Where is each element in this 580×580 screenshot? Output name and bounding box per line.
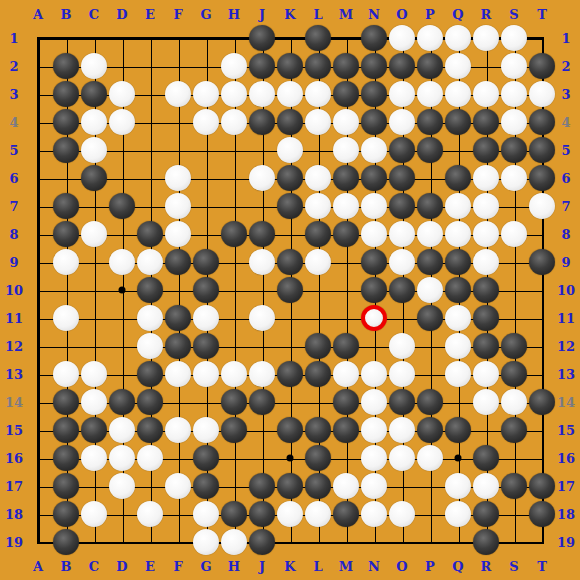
- white-stone[interactable]: [165, 193, 191, 219]
- black-stone[interactable]: [333, 333, 359, 359]
- col-label-top-M: M: [339, 7, 353, 22]
- white-stone[interactable]: [165, 165, 191, 191]
- black-stone[interactable]: [361, 81, 387, 107]
- black-stone[interactable]: [165, 305, 191, 331]
- white-stone[interactable]: [109, 109, 135, 135]
- row-label-left-4: 4: [9, 115, 18, 130]
- white-stone[interactable]: [277, 501, 303, 527]
- black-stone[interactable]: [305, 25, 331, 51]
- black-stone[interactable]: [249, 109, 275, 135]
- row-label-left-12: 12: [5, 339, 23, 354]
- white-stone[interactable]: [473, 193, 499, 219]
- col-label-bottom-J: J: [259, 559, 265, 574]
- black-stone[interactable]: [305, 221, 331, 247]
- white-stone[interactable]: [501, 389, 527, 415]
- white-stone[interactable]: [81, 501, 107, 527]
- col-label-top-H: H: [228, 7, 240, 22]
- white-stone[interactable]: [249, 305, 275, 331]
- black-stone[interactable]: [249, 221, 275, 247]
- black-stone[interactable]: [389, 389, 415, 415]
- black-stone[interactable]: [193, 249, 219, 275]
- row-label-right-17: 17: [557, 479, 575, 494]
- black-stone[interactable]: [529, 389, 555, 415]
- white-stone[interactable]: [333, 473, 359, 499]
- row-label-right-4: 4: [561, 115, 570, 130]
- white-stone[interactable]: [193, 417, 219, 443]
- black-stone[interactable]: [221, 501, 247, 527]
- black-stone[interactable]: [445, 165, 471, 191]
- row-label-left-5: 5: [9, 143, 18, 158]
- white-stone[interactable]: [53, 361, 79, 387]
- black-stone[interactable]: [277, 53, 303, 79]
- white-stone[interactable]: [361, 193, 387, 219]
- white-stone[interactable]: [501, 109, 527, 135]
- black-stone[interactable]: [445, 417, 471, 443]
- row-label-left-17: 17: [5, 479, 23, 494]
- black-stone[interactable]: [53, 501, 79, 527]
- col-label-bottom-R: R: [481, 559, 492, 574]
- white-stone[interactable]: [81, 445, 107, 471]
- row-label-left-2: 2: [9, 59, 18, 74]
- black-stone[interactable]: [445, 109, 471, 135]
- black-stone[interactable]: [333, 417, 359, 443]
- white-stone[interactable]: [137, 445, 163, 471]
- black-stone[interactable]: [417, 53, 443, 79]
- col-label-top-N: N: [368, 7, 380, 22]
- col-label-bottom-T: T: [537, 559, 547, 574]
- white-stone[interactable]: [417, 25, 443, 51]
- black-stone[interactable]: [81, 417, 107, 443]
- white-stone[interactable]: [137, 249, 163, 275]
- row-label-left-6: 6: [9, 171, 18, 186]
- row-label-left-10: 10: [5, 283, 23, 298]
- black-stone[interactable]: [473, 137, 499, 163]
- white-stone[interactable]: [333, 193, 359, 219]
- white-stone[interactable]: [445, 53, 471, 79]
- black-stone[interactable]: [473, 529, 499, 555]
- black-stone[interactable]: [389, 277, 415, 303]
- row-label-right-18: 18: [557, 507, 575, 522]
- white-stone[interactable]: [165, 81, 191, 107]
- white-stone[interactable]: [333, 109, 359, 135]
- col-label-bottom-A: A: [33, 559, 43, 574]
- white-stone[interactable]: [361, 501, 387, 527]
- black-stone[interactable]: [305, 445, 331, 471]
- black-stone[interactable]: [529, 109, 555, 135]
- black-stone[interactable]: [53, 109, 79, 135]
- white-stone[interactable]: [417, 277, 443, 303]
- col-label-top-Q: Q: [452, 7, 463, 22]
- white-stone[interactable]: [193, 305, 219, 331]
- white-stone[interactable]: [277, 137, 303, 163]
- black-stone[interactable]: [137, 277, 163, 303]
- white-stone[interactable]: [221, 81, 247, 107]
- white-stone[interactable]: [389, 333, 415, 359]
- black-stone[interactable]: [137, 221, 163, 247]
- white-stone[interactable]: [53, 305, 79, 331]
- black-stone[interactable]: [529, 53, 555, 79]
- white-stone[interactable]: [81, 109, 107, 135]
- white-stone[interactable]: [193, 109, 219, 135]
- white-stone[interactable]: [249, 361, 275, 387]
- black-stone[interactable]: [53, 81, 79, 107]
- black-stone[interactable]: [473, 305, 499, 331]
- white-stone[interactable]: [473, 249, 499, 275]
- row-label-right-5: 5: [561, 143, 570, 158]
- white-stone[interactable]: [165, 473, 191, 499]
- row-label-left-15: 15: [5, 423, 23, 438]
- white-stone[interactable]: [361, 221, 387, 247]
- row-label-right-13: 13: [557, 367, 575, 382]
- last-move-marker[interactable]: [361, 305, 387, 331]
- black-stone[interactable]: [221, 389, 247, 415]
- col-label-bottom-G: G: [200, 559, 211, 574]
- col-label-top-S: S: [509, 7, 518, 22]
- black-stone[interactable]: [417, 137, 443, 163]
- black-stone[interactable]: [305, 417, 331, 443]
- white-stone[interactable]: [473, 361, 499, 387]
- col-label-bottom-D: D: [116, 559, 127, 574]
- row-label-right-1: 1: [561, 31, 570, 46]
- white-stone[interactable]: [193, 81, 219, 107]
- black-stone[interactable]: [277, 165, 303, 191]
- white-stone[interactable]: [473, 473, 499, 499]
- col-label-bottom-E: E: [145, 559, 155, 574]
- white-stone[interactable]: [109, 249, 135, 275]
- white-stone[interactable]: [473, 25, 499, 51]
- white-stone[interactable]: [333, 361, 359, 387]
- white-stone[interactable]: [221, 529, 247, 555]
- col-label-top-J: J: [259, 7, 265, 22]
- white-stone[interactable]: [501, 53, 527, 79]
- black-stone[interactable]: [277, 109, 303, 135]
- row-label-left-3: 3: [9, 87, 18, 102]
- black-stone[interactable]: [277, 473, 303, 499]
- black-stone[interactable]: [249, 501, 275, 527]
- black-stone[interactable]: [277, 361, 303, 387]
- col-label-top-L: L: [313, 7, 322, 22]
- white-stone[interactable]: [389, 109, 415, 135]
- white-stone[interactable]: [389, 221, 415, 247]
- white-stone[interactable]: [389, 417, 415, 443]
- black-stone[interactable]: [53, 389, 79, 415]
- black-stone[interactable]: [389, 193, 415, 219]
- col-label-top-B: B: [61, 7, 72, 22]
- black-stone[interactable]: [53, 529, 79, 555]
- white-stone[interactable]: [445, 81, 471, 107]
- black-stone[interactable]: [473, 109, 499, 135]
- white-stone[interactable]: [193, 529, 219, 555]
- white-stone[interactable]: [277, 81, 303, 107]
- white-stone[interactable]: [417, 81, 443, 107]
- black-stone[interactable]: [193, 473, 219, 499]
- white-stone[interactable]: [305, 109, 331, 135]
- black-stone[interactable]: [333, 81, 359, 107]
- row-label-left-7: 7: [9, 199, 18, 214]
- white-stone[interactable]: [165, 417, 191, 443]
- white-stone[interactable]: [109, 445, 135, 471]
- black-stone[interactable]: [501, 333, 527, 359]
- black-stone[interactable]: [361, 165, 387, 191]
- row-label-left-19: 19: [5, 535, 23, 550]
- black-stone[interactable]: [333, 501, 359, 527]
- go-board[interactable]: AABBCCDDEEFFGGHHJJKKLLMMNNOOPPQQRRSSTT11…: [0, 0, 580, 580]
- col-label-top-F: F: [173, 7, 182, 22]
- black-stone[interactable]: [137, 389, 163, 415]
- col-label-bottom-P: P: [425, 559, 435, 574]
- black-stone[interactable]: [221, 417, 247, 443]
- black-stone[interactable]: [249, 53, 275, 79]
- black-stone[interactable]: [137, 361, 163, 387]
- col-label-bottom-N: N: [368, 559, 380, 574]
- col-label-top-R: R: [481, 7, 492, 22]
- white-stone[interactable]: [81, 389, 107, 415]
- white-stone[interactable]: [361, 473, 387, 499]
- white-stone[interactable]: [389, 81, 415, 107]
- white-stone[interactable]: [333, 137, 359, 163]
- row-label-right-3: 3: [561, 87, 570, 102]
- white-stone[interactable]: [445, 333, 471, 359]
- white-stone[interactable]: [137, 501, 163, 527]
- black-stone[interactable]: [277, 193, 303, 219]
- black-stone[interactable]: [53, 473, 79, 499]
- black-stone[interactable]: [501, 137, 527, 163]
- black-stone[interactable]: [501, 361, 527, 387]
- white-stone[interactable]: [305, 501, 331, 527]
- white-stone[interactable]: [361, 389, 387, 415]
- black-stone[interactable]: [389, 165, 415, 191]
- black-stone[interactable]: [221, 221, 247, 247]
- black-stone[interactable]: [333, 389, 359, 415]
- col-label-bottom-H: H: [228, 559, 240, 574]
- white-stone[interactable]: [529, 193, 555, 219]
- black-stone[interactable]: [193, 277, 219, 303]
- black-stone[interactable]: [529, 473, 555, 499]
- white-stone[interactable]: [417, 221, 443, 247]
- white-stone[interactable]: [81, 137, 107, 163]
- black-stone[interactable]: [277, 417, 303, 443]
- black-stone[interactable]: [53, 417, 79, 443]
- col-label-top-P: P: [425, 7, 435, 22]
- white-stone[interactable]: [473, 81, 499, 107]
- black-stone[interactable]: [501, 473, 527, 499]
- white-stone[interactable]: [445, 25, 471, 51]
- row-label-right-11: 11: [557, 311, 575, 326]
- black-stone[interactable]: [53, 137, 79, 163]
- white-stone[interactable]: [361, 137, 387, 163]
- black-stone[interactable]: [473, 445, 499, 471]
- white-stone[interactable]: [137, 305, 163, 331]
- col-label-bottom-M: M: [339, 559, 353, 574]
- row-label-right-19: 19: [557, 535, 575, 550]
- white-stone[interactable]: [109, 417, 135, 443]
- row-label-right-2: 2: [561, 59, 570, 74]
- black-stone[interactable]: [249, 529, 275, 555]
- black-stone[interactable]: [305, 361, 331, 387]
- black-stone[interactable]: [249, 473, 275, 499]
- black-stone[interactable]: [529, 165, 555, 191]
- col-label-bottom-O: O: [396, 559, 407, 574]
- black-stone[interactable]: [389, 53, 415, 79]
- black-stone[interactable]: [417, 417, 443, 443]
- black-stone[interactable]: [53, 221, 79, 247]
- white-stone[interactable]: [473, 221, 499, 247]
- col-label-bottom-S: S: [509, 559, 518, 574]
- black-stone[interactable]: [361, 109, 387, 135]
- white-stone[interactable]: [473, 389, 499, 415]
- black-stone[interactable]: [333, 221, 359, 247]
- col-label-bottom-L: L: [313, 559, 322, 574]
- row-label-right-15: 15: [557, 423, 575, 438]
- black-stone[interactable]: [333, 53, 359, 79]
- col-label-top-E: E: [145, 7, 155, 22]
- white-stone[interactable]: [53, 249, 79, 275]
- white-stone[interactable]: [445, 501, 471, 527]
- black-stone[interactable]: [81, 81, 107, 107]
- white-stone[interactable]: [389, 361, 415, 387]
- row-label-right-9: 9: [561, 255, 570, 270]
- white-stone[interactable]: [249, 81, 275, 107]
- black-stone[interactable]: [501, 417, 527, 443]
- white-stone[interactable]: [417, 445, 443, 471]
- white-stone[interactable]: [361, 361, 387, 387]
- white-stone[interactable]: [109, 81, 135, 107]
- white-stone[interactable]: [165, 221, 191, 247]
- white-stone[interactable]: [221, 109, 247, 135]
- black-stone[interactable]: [249, 389, 275, 415]
- white-stone[interactable]: [445, 361, 471, 387]
- white-stone[interactable]: [305, 193, 331, 219]
- white-stone[interactable]: [305, 249, 331, 275]
- black-stone[interactable]: [361, 249, 387, 275]
- col-label-top-O: O: [396, 7, 407, 22]
- black-stone[interactable]: [529, 249, 555, 275]
- black-stone[interactable]: [109, 389, 135, 415]
- col-label-bottom-B: B: [61, 559, 72, 574]
- black-stone[interactable]: [445, 277, 471, 303]
- black-stone[interactable]: [305, 53, 331, 79]
- black-stone[interactable]: [277, 277, 303, 303]
- col-label-bottom-C: C: [89, 559, 99, 574]
- white-stone[interactable]: [501, 165, 527, 191]
- black-stone[interactable]: [445, 249, 471, 275]
- white-stone[interactable]: [389, 249, 415, 275]
- col-label-bottom-Q: Q: [452, 559, 463, 574]
- black-stone[interactable]: [361, 53, 387, 79]
- black-stone[interactable]: [417, 193, 443, 219]
- black-stone[interactable]: [165, 333, 191, 359]
- row-label-left-16: 16: [5, 451, 23, 466]
- black-stone[interactable]: [389, 137, 415, 163]
- col-label-top-G: G: [200, 7, 211, 22]
- col-label-top-D: D: [116, 7, 127, 22]
- black-stone[interactable]: [417, 249, 443, 275]
- row-label-left-18: 18: [5, 507, 23, 522]
- black-stone[interactable]: [53, 53, 79, 79]
- white-stone[interactable]: [389, 25, 415, 51]
- white-stone[interactable]: [361, 417, 387, 443]
- white-stone[interactable]: [445, 193, 471, 219]
- white-stone[interactable]: [445, 473, 471, 499]
- col-label-top-C: C: [89, 7, 99, 22]
- black-stone[interactable]: [137, 417, 163, 443]
- black-stone[interactable]: [249, 25, 275, 51]
- white-stone[interactable]: [389, 445, 415, 471]
- white-stone[interactable]: [193, 501, 219, 527]
- black-stone[interactable]: [53, 193, 79, 219]
- white-stone[interactable]: [109, 473, 135, 499]
- black-stone[interactable]: [417, 109, 443, 135]
- white-stone[interactable]: [529, 81, 555, 107]
- white-stone[interactable]: [501, 81, 527, 107]
- white-stone[interactable]: [361, 445, 387, 471]
- black-stone[interactable]: [417, 389, 443, 415]
- black-stone[interactable]: [305, 473, 331, 499]
- white-stone[interactable]: [249, 249, 275, 275]
- row-label-left-14: 14: [5, 395, 23, 410]
- black-stone[interactable]: [193, 333, 219, 359]
- row-label-right-16: 16: [557, 451, 575, 466]
- white-stone[interactable]: [81, 53, 107, 79]
- white-stone[interactable]: [501, 25, 527, 51]
- black-stone[interactable]: [53, 445, 79, 471]
- col-label-bottom-F: F: [173, 559, 182, 574]
- white-stone[interactable]: [81, 361, 107, 387]
- black-stone[interactable]: [193, 445, 219, 471]
- row-label-left-11: 11: [5, 311, 23, 326]
- col-label-bottom-K: K: [284, 559, 295, 574]
- star-point: [455, 455, 462, 462]
- black-stone[interactable]: [473, 501, 499, 527]
- row-label-right-10: 10: [557, 283, 575, 298]
- black-stone[interactable]: [333, 165, 359, 191]
- black-stone[interactable]: [109, 193, 135, 219]
- black-stone[interactable]: [361, 277, 387, 303]
- col-label-top-K: K: [284, 7, 295, 22]
- black-stone[interactable]: [417, 305, 443, 331]
- white-stone[interactable]: [445, 305, 471, 331]
- white-stone[interactable]: [305, 81, 331, 107]
- white-stone[interactable]: [473, 165, 499, 191]
- white-stone[interactable]: [137, 333, 163, 359]
- white-stone[interactable]: [221, 53, 247, 79]
- white-stone[interactable]: [221, 361, 247, 387]
- white-stone[interactable]: [389, 501, 415, 527]
- black-stone[interactable]: [277, 249, 303, 275]
- white-stone[interactable]: [165, 361, 191, 387]
- white-stone[interactable]: [81, 221, 107, 247]
- row-label-left-1: 1: [9, 31, 18, 46]
- row-label-right-14: 14: [557, 395, 575, 410]
- black-stone[interactable]: [529, 501, 555, 527]
- star-point: [119, 287, 126, 294]
- black-stone[interactable]: [305, 333, 331, 359]
- black-stone[interactable]: [473, 333, 499, 359]
- row-label-left-9: 9: [9, 255, 18, 270]
- white-stone[interactable]: [305, 165, 331, 191]
- black-stone[interactable]: [165, 249, 191, 275]
- white-stone[interactable]: [445, 221, 471, 247]
- black-stone[interactable]: [361, 25, 387, 51]
- white-stone[interactable]: [193, 361, 219, 387]
- row-label-right-7: 7: [561, 199, 570, 214]
- white-stone[interactable]: [249, 165, 275, 191]
- black-stone[interactable]: [81, 165, 107, 191]
- black-stone[interactable]: [473, 277, 499, 303]
- white-stone[interactable]: [501, 221, 527, 247]
- row-label-right-6: 6: [561, 171, 570, 186]
- black-stone[interactable]: [529, 137, 555, 163]
